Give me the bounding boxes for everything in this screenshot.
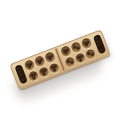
seed-stone bbox=[38, 61, 42, 65]
seed-stone bbox=[21, 78, 25, 82]
pit-h2-r2-c3[interactable] bbox=[84, 48, 96, 60]
seed-stone bbox=[90, 52, 94, 56]
seed-stone bbox=[42, 71, 46, 75]
seed-stone bbox=[64, 51, 68, 55]
pit-h1-r2-c3[interactable] bbox=[48, 62, 60, 74]
seed-stone bbox=[85, 43, 89, 47]
seed-stone bbox=[76, 46, 80, 50]
seed-stone bbox=[28, 65, 32, 69]
seed-stone bbox=[48, 57, 52, 61]
seed-stone bbox=[53, 67, 57, 71]
seed-stone bbox=[99, 48, 103, 52]
seed-stone bbox=[32, 75, 36, 79]
seed-stone bbox=[79, 57, 83, 61]
seed-stone bbox=[69, 60, 73, 64]
product-photo bbox=[0, 0, 120, 120]
